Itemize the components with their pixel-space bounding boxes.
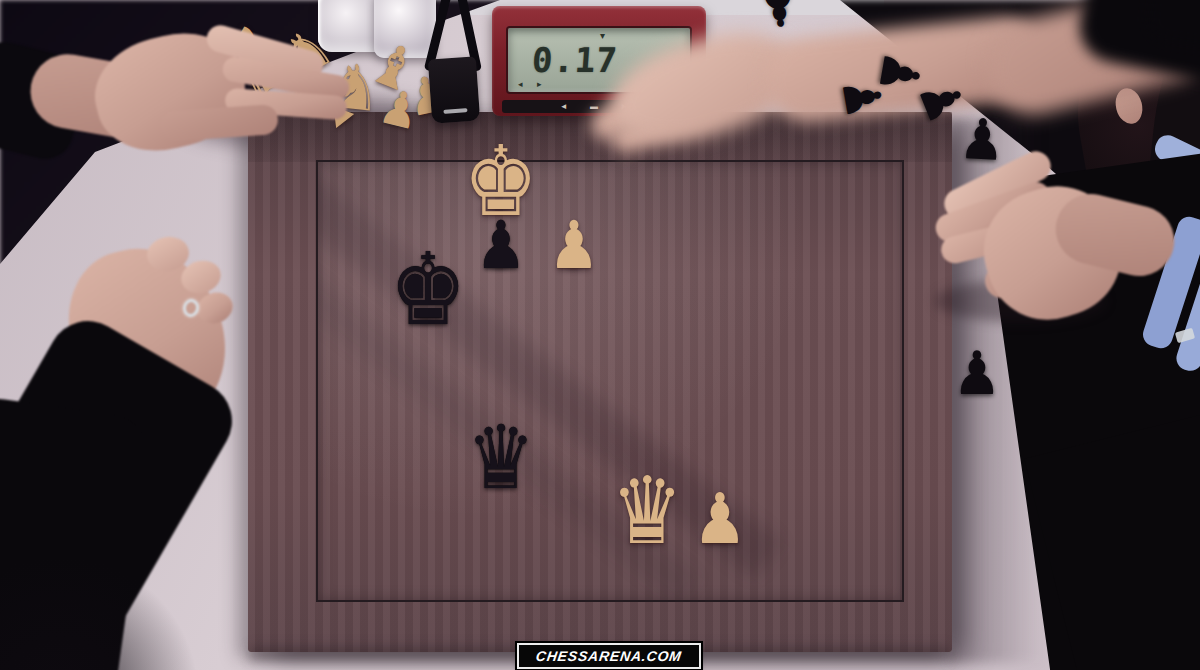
captured-black-pawn: ♟ [757, 0, 801, 35]
chessarena-badge: CHESSARENA.COM [517, 643, 701, 669]
captured-black-pawn: ♟ [953, 343, 1001, 403]
white-pawn-b3[interactable]: ♟ [693, 484, 747, 554]
dark-corner-bottom-left [0, 555, 200, 670]
right-player-hand [925, 140, 1135, 350]
black-queen-c6[interactable]: ♛ [467, 414, 535, 502]
chessboard-frame: ♚♟♟♚♛♛♟ [248, 112, 952, 652]
badge-text: CHESSARENA.COM [535, 648, 683, 664]
left-player-fist [55, 235, 265, 465]
broadcast-scene: ♚♟♟♚♛♛♟ ♟♜♞♞♝♟♟♝♟ 0.17 ▾ ◂ ▸ ◄ ▬ ► [0, 0, 1200, 670]
white-pawn-g5[interactable]: ♟ [548, 213, 599, 279]
clock-lcd-icons: ◂ ▸ [518, 79, 548, 89]
left-player-hand [0, 8, 390, 168]
piece-layer: ♚♟♟♚♛♛♟ [318, 162, 902, 600]
connector-label [443, 108, 467, 114]
black-pawn-g6[interactable]: ♟ [475, 213, 526, 279]
white-queen-b4[interactable]: ♛ [611, 465, 683, 558]
black-king-f7[interactable]: ♚ [389, 240, 466, 340]
cable-connector [428, 56, 480, 123]
